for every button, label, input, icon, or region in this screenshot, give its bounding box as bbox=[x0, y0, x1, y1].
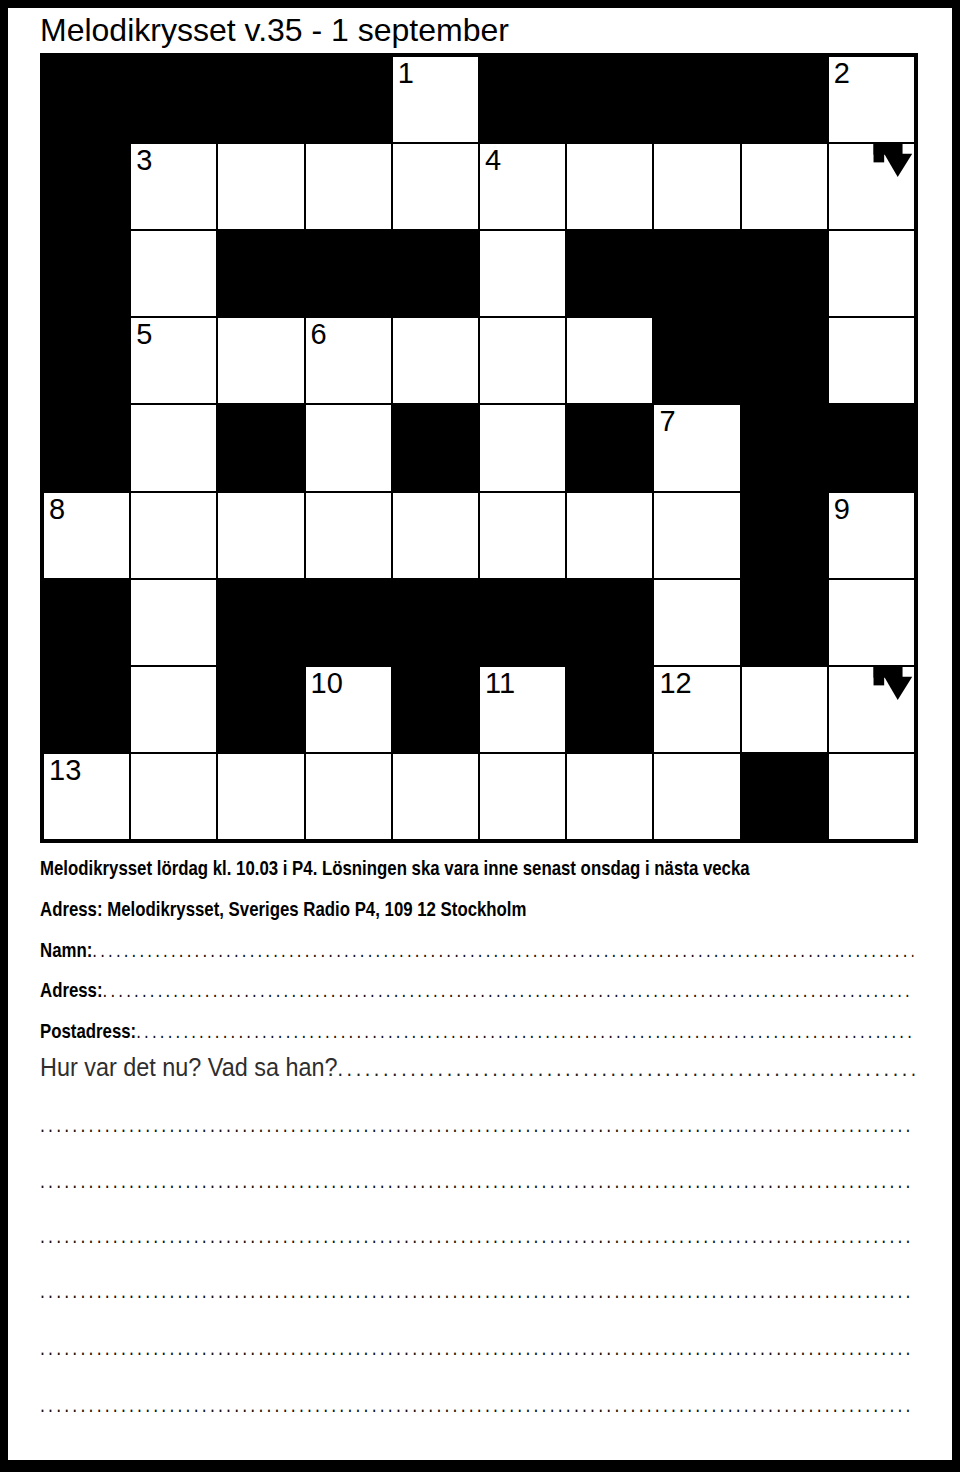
grid-cell[interactable] bbox=[130, 404, 217, 491]
clue-number: 4 bbox=[485, 145, 501, 175]
grid-cell[interactable]: 4 bbox=[479, 143, 566, 230]
clue-number: 1 bbox=[398, 58, 414, 88]
grid-cell[interactable]: 7 bbox=[653, 404, 740, 491]
postal-address-field-dot-leader[interactable]: ........................................… bbox=[136, 1019, 913, 1042]
grid-cell[interactable]: 1 bbox=[392, 56, 479, 143]
clue-number: 10 bbox=[311, 668, 343, 698]
grid-cell[interactable]: 6 bbox=[305, 317, 392, 404]
grid-cell[interactable] bbox=[828, 753, 915, 840]
clue-number: 8 bbox=[49, 494, 65, 524]
grid-cell[interactable] bbox=[130, 666, 217, 753]
bend-down-arrow-icon bbox=[829, 667, 914, 752]
grid-cell[interactable] bbox=[566, 317, 653, 404]
grid-cell bbox=[43, 579, 130, 666]
grid-cell bbox=[566, 666, 653, 753]
grid-cell bbox=[43, 56, 130, 143]
grid-cell[interactable] bbox=[653, 143, 740, 230]
grid-cell[interactable] bbox=[392, 753, 479, 840]
grid-cell[interactable] bbox=[741, 143, 828, 230]
grid-cell bbox=[43, 666, 130, 753]
write-in-line[interactable]: ........................................… bbox=[40, 1392, 914, 1418]
name-field-dot-leader[interactable]: ........................................… bbox=[92, 938, 913, 961]
grid-cell bbox=[479, 56, 566, 143]
grid-cell[interactable] bbox=[653, 753, 740, 840]
address-field-label: Adress: bbox=[40, 978, 103, 1001]
grid-cell bbox=[217, 404, 304, 491]
grid-cell[interactable] bbox=[130, 579, 217, 666]
write-in-line[interactable]: ........................................… bbox=[40, 1335, 914, 1361]
grid-cell bbox=[741, 753, 828, 840]
grid-cell bbox=[392, 666, 479, 753]
grid-cell[interactable] bbox=[828, 143, 915, 230]
grid-cell[interactable] bbox=[217, 753, 304, 840]
clue-number: 9 bbox=[834, 494, 850, 524]
grid-cell[interactable]: 13 bbox=[43, 753, 130, 840]
grid-cell bbox=[217, 579, 304, 666]
grid-cell bbox=[305, 579, 392, 666]
grid-cell bbox=[741, 404, 828, 491]
grid-cell bbox=[392, 579, 479, 666]
grid-cell[interactable] bbox=[392, 492, 479, 579]
grid-cell[interactable]: 9 bbox=[828, 492, 915, 579]
crossword-grid: 12345678910111213 bbox=[40, 53, 918, 843]
grid-cell bbox=[566, 56, 653, 143]
grid-cell bbox=[741, 317, 828, 404]
grid-cell bbox=[43, 230, 130, 317]
notes-prompt-dot-leader[interactable]: ........................................… bbox=[337, 1056, 914, 1081]
grid-cell bbox=[741, 230, 828, 317]
grid-cell[interactable]: 8 bbox=[43, 492, 130, 579]
grid-cell[interactable]: 10 bbox=[305, 666, 392, 753]
clue-number: 12 bbox=[659, 668, 691, 698]
write-in-line[interactable]: ........................................… bbox=[40, 1278, 914, 1304]
write-in-line[interactable]: ........................................… bbox=[40, 1112, 914, 1138]
grid-cell[interactable] bbox=[479, 404, 566, 491]
grid-cell[interactable] bbox=[305, 404, 392, 491]
grid-cell bbox=[43, 317, 130, 404]
clue-number: 5 bbox=[136, 319, 152, 349]
grid-cell bbox=[653, 317, 740, 404]
grid-cell[interactable] bbox=[566, 143, 653, 230]
grid-cell[interactable] bbox=[653, 492, 740, 579]
grid-cell[interactable]: 12 bbox=[653, 666, 740, 753]
grid-cell[interactable]: 3 bbox=[130, 143, 217, 230]
postal-address-field[interactable]: Postadress:.............................… bbox=[40, 1019, 914, 1043]
bend-down-arrow-icon bbox=[829, 144, 914, 229]
grid-cell[interactable] bbox=[217, 492, 304, 579]
write-in-line[interactable]: ........................................… bbox=[40, 1168, 914, 1194]
grid-cell bbox=[653, 56, 740, 143]
melodikrysset-coupon-page: Melodikrysset v.35 - 1 september 1234567… bbox=[0, 0, 960, 1472]
grid-cell[interactable] bbox=[741, 666, 828, 753]
grid-cell bbox=[43, 143, 130, 230]
grid-cell bbox=[566, 230, 653, 317]
grid-cell bbox=[392, 404, 479, 491]
grid-cell[interactable] bbox=[392, 317, 479, 404]
notes-prompt-text: Hur var det nu? Vad sa han? bbox=[40, 1052, 337, 1082]
grid-cell bbox=[305, 56, 392, 143]
grid-cell[interactable] bbox=[828, 317, 915, 404]
write-in-line[interactable]: ........................................… bbox=[40, 1223, 914, 1249]
page-title: Melodikrysset v.35 - 1 september bbox=[40, 12, 509, 49]
grid-cell[interactable]: 5 bbox=[130, 317, 217, 404]
grid-cell[interactable] bbox=[566, 753, 653, 840]
grid-cell bbox=[566, 579, 653, 666]
grid-cell[interactable]: 11 bbox=[479, 666, 566, 753]
grid-cell[interactable] bbox=[305, 492, 392, 579]
clue-number: 13 bbox=[49, 755, 81, 785]
grid-cell[interactable] bbox=[305, 753, 392, 840]
grid-cell[interactable] bbox=[479, 753, 566, 840]
grid-cell[interactable] bbox=[479, 492, 566, 579]
clue-number: 6 bbox=[311, 319, 327, 349]
notes-prompt: Hur var det nu? Vad sa han?.............… bbox=[40, 1052, 915, 1083]
grid-cell bbox=[741, 56, 828, 143]
clue-number: 2 bbox=[834, 58, 850, 88]
postal-address-field-label: Postadress: bbox=[40, 1019, 136, 1042]
grid-cell[interactable] bbox=[828, 230, 915, 317]
grid-cell bbox=[217, 56, 304, 143]
clue-number: 7 bbox=[659, 406, 675, 436]
grid-cell bbox=[392, 230, 479, 317]
grid-cell[interactable] bbox=[130, 230, 217, 317]
grid-cell[interactable] bbox=[217, 317, 304, 404]
address-field-dot-leader[interactable]: ........................................… bbox=[103, 978, 914, 1001]
grid-cell bbox=[217, 666, 304, 753]
mailing-address-line: Adress: Melodikrysset, Sveriges Radio P4… bbox=[40, 897, 526, 921]
grid-cell[interactable] bbox=[828, 579, 915, 666]
name-field-label: Namn: bbox=[40, 938, 92, 961]
grid-cell[interactable] bbox=[653, 579, 740, 666]
grid-cell[interactable] bbox=[828, 666, 915, 753]
grid-cell[interactable] bbox=[392, 143, 479, 230]
grid-cell bbox=[741, 492, 828, 579]
grid-cell[interactable] bbox=[130, 492, 217, 579]
grid-cell bbox=[43, 404, 130, 491]
grid-cell[interactable] bbox=[566, 492, 653, 579]
grid-cell bbox=[566, 404, 653, 491]
grid-cell[interactable] bbox=[305, 143, 392, 230]
name-field[interactable]: Namn:...................................… bbox=[40, 938, 914, 962]
clue-number: 11 bbox=[485, 668, 515, 698]
broadcast-info-line: Melodikrysset lördag kl. 10.03 i P4. Lös… bbox=[40, 856, 750, 880]
grid-cell[interactable]: 2 bbox=[828, 56, 915, 143]
grid-cell[interactable] bbox=[130, 753, 217, 840]
grid-cell bbox=[305, 230, 392, 317]
grid-cell bbox=[217, 230, 304, 317]
grid-cell[interactable] bbox=[479, 230, 566, 317]
grid-cell[interactable] bbox=[217, 143, 304, 230]
grid-cell bbox=[479, 579, 566, 666]
grid-cell bbox=[130, 56, 217, 143]
clue-number: 3 bbox=[136, 145, 152, 175]
grid-cell bbox=[828, 404, 915, 491]
grid-cell[interactable] bbox=[479, 317, 566, 404]
address-field[interactable]: Adress:.................................… bbox=[40, 978, 914, 1002]
grid-cell bbox=[741, 579, 828, 666]
grid-cell bbox=[653, 230, 740, 317]
